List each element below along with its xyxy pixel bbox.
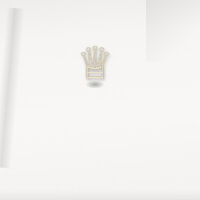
board-square: [101, 144, 121, 170]
coordinate-label: 3: [116, 4, 124, 18]
board-square: [46, 101, 65, 123]
board-square: [35, 46, 53, 63]
board-square: [113, 30, 129, 46]
coordinate-label: e: [16, 87, 34, 97]
cloth-shadow: [146, 0, 200, 62]
coordinate-label: 2: [145, 165, 158, 193]
board-square: [154, 120, 176, 144]
coordinate-label: 7: [44, 167, 56, 195]
board-square: [98, 15, 113, 30]
brand-mark: ◈ Pachess: [160, 41, 179, 97]
board-square: [136, 120, 157, 144]
board-square: [61, 145, 81, 171]
coordinate-label: 1: [143, 3, 152, 17]
coordinate-label: 6: [65, 167, 76, 195]
board-square: [41, 146, 62, 172]
board-square: [69, 16, 84, 31]
board-square: [145, 45, 163, 62]
coordinate-label: h: [6, 153, 27, 166]
board-square: [119, 144, 140, 170]
board-square: [51, 46, 68, 63]
board-square: [149, 79, 169, 99]
coordinate-label: 1: [165, 165, 179, 193]
board-square: [82, 100, 100, 122]
board-square: [143, 29, 160, 45]
photo-scene: 87654321 87654321 abcdefgh ◈ Pachess ♜♛♜…: [0, 0, 200, 200]
board-square: [118, 121, 138, 145]
board-square: [64, 100, 83, 122]
coordinate-label: 6: [73, 5, 80, 19]
board-square: [128, 29, 145, 45]
board-square: [100, 100, 118, 122]
board-square: [114, 45, 131, 62]
coordinate-label: 2: [129, 4, 137, 18]
board-square: [133, 80, 152, 100]
coordinate-label: 5: [86, 166, 96, 194]
board-square: [134, 99, 154, 121]
board-square: [127, 15, 143, 30]
board-square: [152, 99, 173, 121]
coordinate-label: 7: [59, 5, 67, 19]
board-square: [21, 146, 43, 172]
coordinate-label: 5: [88, 4, 95, 18]
board-square: [33, 63, 51, 81]
board-square: [48, 81, 66, 101]
board-square: [54, 16, 70, 31]
board-square: [147, 61, 166, 79]
coordinate-label: d: [19, 68, 37, 77]
white-queen: ♕: [75, 41, 115, 89]
board-square: [84, 16, 99, 31]
coordinate-label: g: [9, 129, 29, 141]
board-square: [115, 62, 133, 80]
coordinate-label: 4: [106, 166, 117, 194]
coordinate-label: c: [22, 51, 39, 59]
board-square: [131, 62, 149, 80]
board-square: [25, 123, 46, 147]
board-square: [30, 81, 49, 101]
cloth-fold-shadow: [0, 8, 25, 169]
coordinate-band-left: abcdefgh: [10, 17, 40, 173]
brand-text: Pachess: [163, 48, 172, 72]
corner-diamond-logo: ♜♛♜: [159, 144, 178, 169]
board-square: [130, 45, 147, 62]
board-square: [141, 15, 158, 30]
board-square: [63, 122, 82, 146]
board-square: [39, 16, 55, 31]
chess-board: 87654321 87654321 abcdefgh ◈ Pachess ♜♛♜: [6, 6, 196, 190]
board-square: [81, 145, 101, 171]
board-square: [138, 144, 160, 170]
board-square: [44, 122, 64, 146]
coordinate-label: 8: [24, 168, 37, 196]
coordinate-label: 3: [126, 166, 138, 194]
cloth-shadow-bottom: [0, 190, 200, 200]
coordinate-label: b: [25, 35, 41, 43]
board-square: [116, 80, 134, 100]
board-square: [100, 121, 119, 145]
coordinate-band-top: 87654321: [41, 7, 155, 15]
board-square: [113, 15, 129, 30]
board-square: [53, 31, 69, 47]
coordinate-label: 8: [44, 5, 52, 19]
vinyl-sheen: [6, 6, 196, 190]
corner-logo-motif: ♜♛♜: [163, 153, 174, 159]
board-square: [37, 31, 54, 47]
board-square: [49, 63, 67, 81]
board-square: [82, 122, 101, 146]
coordinate-label: 4: [102, 4, 109, 18]
coordinate-label: f: [13, 107, 32, 118]
board-square: [157, 143, 180, 169]
diamond-icon: ◈: [162, 42, 167, 46]
board-square: [27, 101, 47, 123]
board-square: [117, 100, 136, 122]
coordinate-band-bottom: 87654321: [19, 171, 183, 188]
coordinate-label: a: [27, 20, 43, 27]
